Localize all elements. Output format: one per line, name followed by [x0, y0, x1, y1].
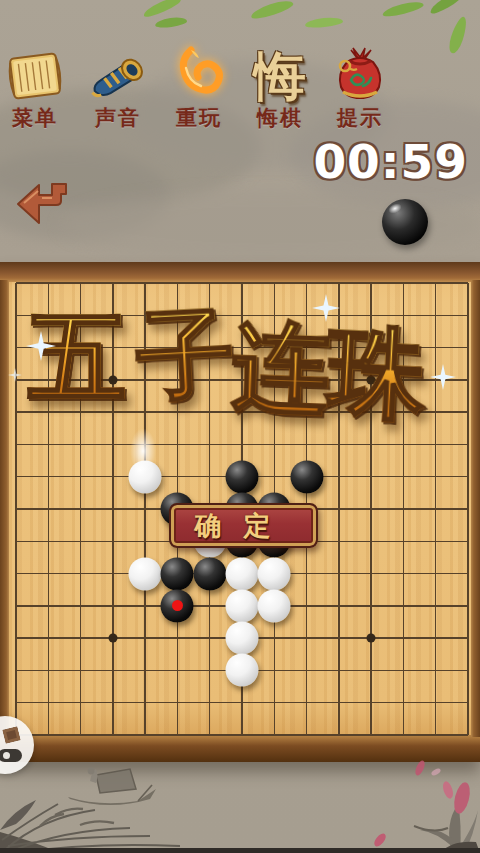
- bamboo-leaf: [381, 0, 424, 19]
- last-move-marker: [172, 600, 183, 611]
- board-frame-left: [0, 280, 9, 737]
- menu-button[interactable]: 菜单: [0, 44, 70, 132]
- white-stone: [258, 589, 291, 622]
- reeds-ink-drawing: [0, 770, 250, 853]
- banner-char-1: 五: [28, 308, 126, 406]
- black-stone: [226, 460, 259, 493]
- grid-line-vertical: [435, 283, 437, 735]
- black-stone: [290, 460, 323, 493]
- star-point: [108, 634, 117, 643]
- undo-button[interactable]: 悔 悔棋: [245, 44, 315, 132]
- orchid-ink-drawing: [356, 740, 480, 853]
- replay-label: 重玩: [164, 104, 234, 132]
- white-stone: [129, 557, 162, 590]
- bamboo-leaf: [155, 16, 188, 29]
- sound-button[interactable]: 声音: [83, 44, 153, 132]
- menu-label: 菜单: [0, 104, 70, 132]
- replay-button[interactable]: 重玩: [164, 44, 234, 132]
- star-point: [367, 634, 376, 643]
- hui-character-icon: 悔: [245, 44, 315, 102]
- grid-line-horizontal: [16, 734, 468, 736]
- back-button[interactable]: [14, 174, 70, 230]
- countdown-timer: 00:59: [313, 134, 468, 189]
- banner-char-3: 连: [230, 316, 331, 417]
- grid-line-vertical: [467, 283, 469, 735]
- white-stone: [226, 589, 259, 622]
- sound-label: 声音: [83, 104, 153, 132]
- bamboo-leaf: [428, 0, 464, 16]
- confirm-button[interactable]: 确定: [169, 503, 318, 548]
- black-stone: [161, 557, 194, 590]
- banner-char-4: 珠: [326, 322, 429, 425]
- black-stone: [193, 557, 226, 590]
- floating-widget-badge: [0, 749, 22, 762]
- bottom-edge-bar: [0, 848, 480, 853]
- undo-label: 悔棋: [245, 104, 315, 132]
- white-stone: [226, 557, 259, 590]
- confirm-button-label: 确定: [173, 508, 293, 544]
- pouch-icon: [325, 44, 395, 102]
- game-screen: 菜单 声音 重玩: [0, 0, 480, 853]
- horn-icon: [83, 44, 153, 102]
- bamboo-leaf: [249, 0, 294, 22]
- board-frame-right: [471, 280, 480, 737]
- glow-streak: [130, 428, 156, 474]
- hint-button[interactable]: 提示: [325, 44, 395, 132]
- bamboo-leaf: [305, 16, 344, 29]
- scroll-icon: [0, 44, 70, 102]
- white-stone: [226, 654, 259, 687]
- white-stone: [226, 622, 259, 655]
- grid-line-horizontal: [16, 702, 468, 704]
- flame-swirl-icon: [164, 44, 234, 102]
- board-frame-top: [0, 262, 480, 282]
- hint-label: 提示: [325, 104, 395, 132]
- bamboo-leaf: [446, 15, 469, 55]
- white-stone: [258, 557, 291, 590]
- banner-char-2: 子: [134, 304, 237, 407]
- floating-widget-icon: [3, 726, 21, 743]
- black-stone: [161, 589, 194, 622]
- turn-indicator-black-stone: [382, 199, 428, 245]
